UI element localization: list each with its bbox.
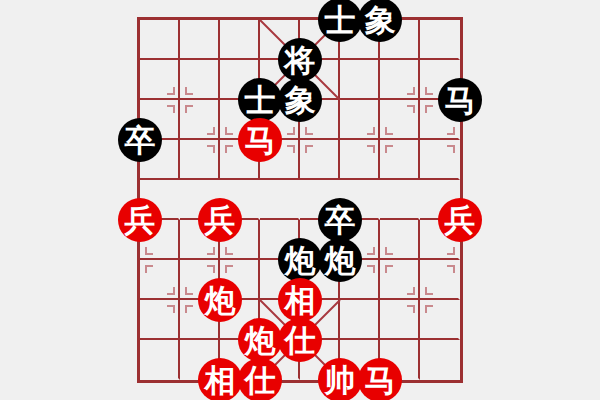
board-cell [260, 180, 300, 220]
board-cell [420, 140, 460, 180]
board-cell [180, 140, 220, 180]
piece-black-advisor[interactable]: 士 [318, 0, 362, 42]
piece-red-elephant[interactable]: 相 [278, 278, 322, 322]
board-cell [380, 220, 420, 260]
board-cell [420, 340, 460, 380]
board-cell [220, 20, 260, 60]
board-cell [420, 300, 460, 340]
board-cell [340, 140, 380, 180]
piece-black-elephant[interactable]: 象 [358, 0, 402, 42]
piece-red-cannon[interactable]: 炮 [198, 278, 242, 322]
board-cell [380, 180, 420, 220]
piece-red-advisor[interactable]: 仕 [278, 318, 322, 362]
piece-red-cannon[interactable]: 炮 [238, 318, 282, 362]
piece-black-horse[interactable]: 马 [438, 78, 482, 122]
board-cell [420, 20, 460, 60]
xiangqi-board[interactable]: 士象将士象马卒马兵兵卒兵炮炮炮相炮仕相仕帅马 [137, 17, 463, 383]
board-cell [140, 340, 180, 380]
piece-red-horse[interactable]: 马 [358, 358, 402, 400]
piece-red-soldier[interactable]: 兵 [118, 198, 162, 242]
board-cell [380, 260, 420, 300]
piece-red-horse[interactable]: 马 [238, 118, 282, 162]
board-cell [300, 140, 340, 180]
piece-black-soldier[interactable]: 卒 [318, 198, 362, 242]
piece-red-soldier[interactable]: 兵 [438, 198, 482, 242]
board-cell [380, 100, 420, 140]
board-cell [140, 260, 180, 300]
board-cell [140, 60, 180, 100]
xiangqi-app: 士象将士象马卒马兵兵卒兵炮炮炮相炮仕相仕帅马 [0, 0, 600, 400]
board-cell [340, 100, 380, 140]
piece-black-cannon[interactable]: 炮 [318, 238, 362, 282]
piece-black-soldier[interactable]: 卒 [118, 118, 162, 162]
board-cell [340, 300, 380, 340]
board-cell [380, 300, 420, 340]
piece-black-king[interactable]: 将 [278, 38, 322, 82]
board-cell [140, 300, 180, 340]
piece-red-advisor[interactable]: 仕 [238, 358, 282, 400]
board-cell [180, 100, 220, 140]
piece-black-advisor[interactable]: 士 [238, 78, 282, 122]
board-cell [340, 60, 380, 100]
piece-black-elephant[interactable]: 象 [278, 78, 322, 122]
board-cell [380, 60, 420, 100]
board-cell [380, 140, 420, 180]
piece-red-soldier[interactable]: 兵 [198, 198, 242, 242]
piece-red-king[interactable]: 帅 [318, 358, 362, 400]
board-cell [140, 20, 180, 60]
board-cell [180, 20, 220, 60]
board-cell [420, 260, 460, 300]
board-cell [180, 60, 220, 100]
piece-red-elephant[interactable]: 相 [198, 358, 242, 400]
piece-black-cannon[interactable]: 炮 [278, 238, 322, 282]
